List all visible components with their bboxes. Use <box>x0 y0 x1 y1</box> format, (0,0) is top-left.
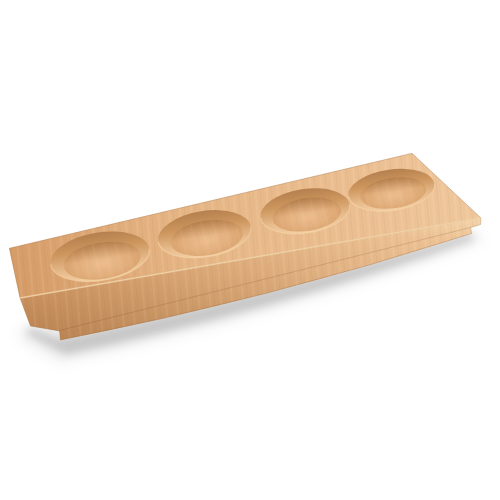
tray-scene <box>0 0 500 500</box>
product-photo <box>0 0 500 500</box>
